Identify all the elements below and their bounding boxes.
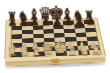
white-bishop: ♝	[66, 42, 79, 56]
black-pawn: ♟	[41, 16, 51, 27]
pieces-layer: ♜♞♝♛♚♝♞♜♟♟♟♟♟♟♟♟♟♟♟♟♟♟♟♟♜♞♝♛♚♝♞♜	[0, 0, 110, 73]
black-pawn: ♟	[86, 15, 96, 26]
white-rook: ♜	[91, 44, 102, 56]
chess-set-product-photo: ♜♞♝♛♚♝♞♜♟♟♟♟♟♟♟♟♟♟♟♟♟♟♟♟♜♞♝♛♚♝♞♜	[0, 0, 110, 73]
white-rook: ♜	[7, 45, 18, 57]
black-pawn: ♟	[19, 16, 29, 27]
black-pawn: ♟	[63, 15, 73, 26]
white-knight: ♞	[78, 43, 90, 56]
black-pawn: ♟	[7, 16, 17, 27]
black-pawn: ♟	[75, 15, 85, 26]
white-knight: ♞	[18, 44, 30, 57]
black-pawn: ♟	[30, 16, 40, 27]
chess-set: ♜♞♝♛♚♝♞♜♟♟♟♟♟♟♟♟♟♟♟♟♟♟♟♟♜♞♝♛♚♝♞♜	[0, 0, 110, 73]
black-pawn: ♟	[52, 15, 62, 26]
